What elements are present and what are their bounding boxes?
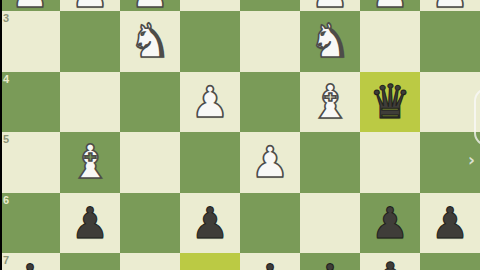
square-d6[interactable]: [240, 193, 300, 254]
chess-board: ♟♟♟♟♟♟3♞♞4♟♝♛5♝♟6♟♟♟♟7♟♟♟♝: [0, 0, 480, 270]
square-e3[interactable]: [180, 11, 240, 72]
screen: ♟♟♟♟♟♟3♞♞4♟♝♛5♝♟6♟♟♟♟7♟♟♟♝ ›: [0, 0, 480, 270]
piece-white-pawn[interactable]: ♟: [180, 72, 240, 133]
square-d4[interactable]: [240, 72, 300, 133]
square-e7[interactable]: [180, 253, 240, 270]
square-f5[interactable]: [120, 132, 180, 193]
square-f2[interactable]: ♟: [120, 0, 180, 11]
rank-label-3: 3: [3, 13, 9, 24]
square-b7[interactable]: ♝: [360, 253, 420, 270]
square-a7[interactable]: [420, 253, 480, 270]
square-h3[interactable]: 3: [0, 11, 60, 72]
square-f6[interactable]: [120, 193, 180, 254]
square-h7[interactable]: 7♟: [0, 253, 60, 270]
square-b4[interactable]: ♛: [360, 72, 420, 133]
square-b5[interactable]: [360, 132, 420, 193]
piece-black-pawn[interactable]: ♟: [0, 250, 60, 270]
piece-black-bishop[interactable]: ♝: [360, 250, 420, 270]
square-a4[interactable]: [420, 72, 480, 133]
square-c4[interactable]: ♝: [300, 72, 360, 133]
square-h5[interactable]: 5: [0, 132, 60, 193]
square-a6[interactable]: ♟: [420, 193, 480, 254]
square-g4[interactable]: [60, 72, 120, 133]
square-g7[interactable]: [60, 253, 120, 270]
square-h6[interactable]: 6: [0, 193, 60, 254]
piece-black-pawn[interactable]: ♟: [60, 193, 120, 254]
square-e2[interactable]: [180, 0, 240, 11]
square-f7[interactable]: [120, 253, 180, 270]
square-f4[interactable]: [120, 72, 180, 133]
square-g2[interactable]: ♟: [60, 0, 120, 11]
square-h2[interactable]: ♟: [0, 0, 60, 11]
square-b3[interactable]: [360, 11, 420, 72]
piece-white-knight[interactable]: ♞: [120, 11, 180, 72]
square-g6[interactable]: ♟: [60, 193, 120, 254]
piece-white-knight[interactable]: ♞: [300, 11, 360, 72]
square-d2[interactable]: [240, 0, 300, 11]
piece-black-pawn[interactable]: ♟: [240, 250, 300, 270]
square-c3[interactable]: ♞: [300, 11, 360, 72]
rank-label-6: 6: [3, 195, 9, 206]
square-d3[interactable]: [240, 11, 300, 72]
square-c5[interactable]: [300, 132, 360, 193]
piece-white-bishop[interactable]: ♝: [60, 132, 120, 193]
rank-label-4: 4: [3, 74, 9, 85]
square-a3[interactable]: [420, 11, 480, 72]
square-g5[interactable]: ♝: [60, 132, 120, 193]
square-d5[interactable]: ♟: [240, 132, 300, 193]
square-e6[interactable]: ♟: [180, 193, 240, 254]
square-e5[interactable]: [180, 132, 240, 193]
right-edge-widget[interactable]: [474, 88, 480, 146]
square-d7[interactable]: ♟: [240, 253, 300, 270]
square-b2[interactable]: ♟: [360, 0, 420, 11]
square-e4[interactable]: ♟: [180, 72, 240, 133]
square-g3[interactable]: [60, 11, 120, 72]
square-c2[interactable]: ♟: [300, 0, 360, 11]
square-b6[interactable]: ♟: [360, 193, 420, 254]
square-a2[interactable]: ♟: [420, 0, 480, 11]
chevron-right-icon[interactable]: ›: [468, 150, 475, 170]
piece-black-pawn[interactable]: ♟: [300, 250, 360, 270]
rank-label-5: 5: [3, 134, 9, 145]
piece-black-queen[interactable]: ♛: [360, 72, 420, 133]
piece-black-pawn[interactable]: ♟: [420, 193, 480, 254]
piece-white-pawn[interactable]: ♟: [240, 132, 300, 193]
piece-white-bishop[interactable]: ♝: [300, 72, 360, 133]
square-c7[interactable]: ♟: [300, 253, 360, 270]
square-c6[interactable]: [300, 193, 360, 254]
square-f3[interactable]: ♞: [120, 11, 180, 72]
letterbox-left: [0, 0, 2, 270]
square-h4[interactable]: 4: [0, 72, 60, 133]
piece-black-pawn[interactable]: ♟: [180, 193, 240, 254]
piece-black-pawn[interactable]: ♟: [360, 193, 420, 254]
